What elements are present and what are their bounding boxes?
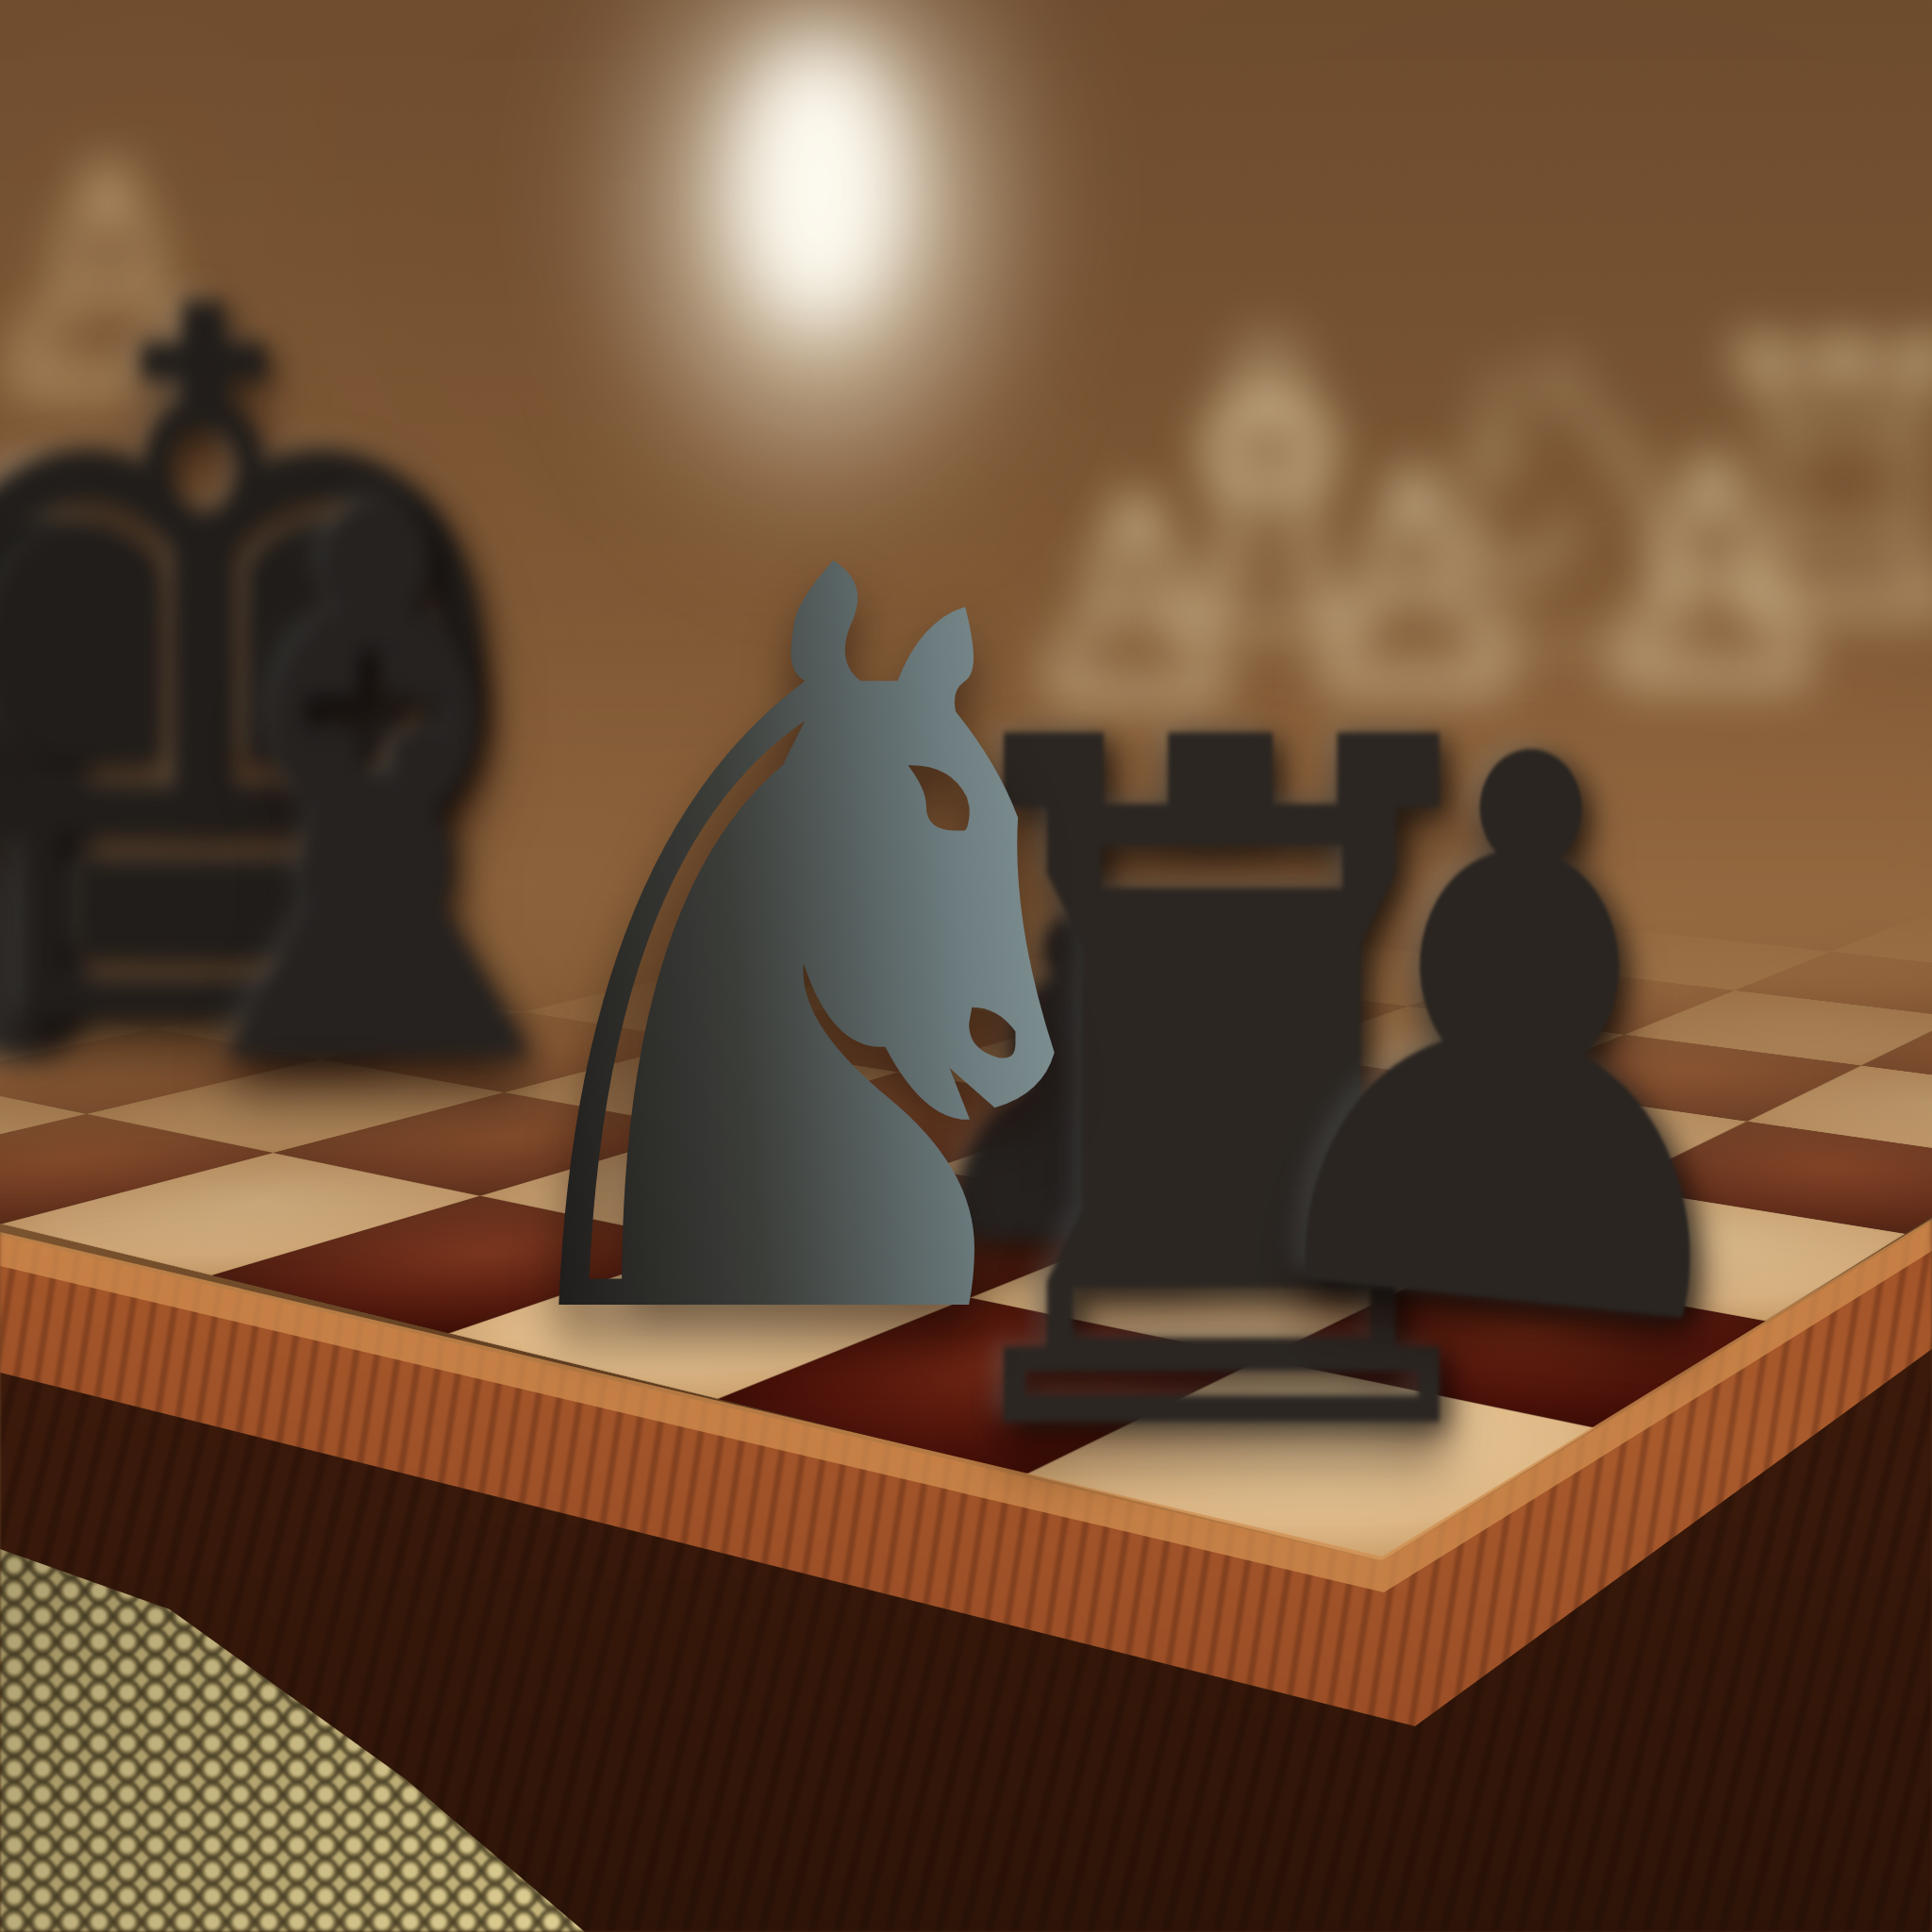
piece-layer: ♚♝♟♜♟♞ — [0, 0, 1932, 1932]
black-knight-piece[interactable]: ♞ — [419, 443, 1195, 1462]
black-pawn-h7-piece[interactable]: ♟ — [1200, 632, 1829, 1442]
chess-photo-scene: ♙♗♙♘♙♖♙♙ ♚♝♟♜♟♞ — [0, 0, 1932, 1932]
